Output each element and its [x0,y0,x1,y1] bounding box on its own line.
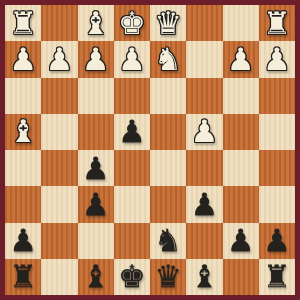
square-c5[interactable] [186,150,222,186]
square-h5[interactable] [5,150,41,186]
square-d2[interactable]: ♞ [150,41,186,77]
square-c2[interactable] [186,41,222,77]
square-h4[interactable]: ♝ [5,114,41,150]
square-g5[interactable] [41,150,77,186]
white-bishop: ♝ [9,116,37,147]
square-f5[interactable]: ♟ [78,150,114,186]
square-f3[interactable] [78,78,114,114]
square-b6[interactable] [223,186,259,222]
white-pawn: ♟ [118,44,146,75]
square-e1[interactable]: ♚ [114,5,150,41]
square-c7[interactable] [186,223,222,259]
square-c3[interactable] [186,78,222,114]
white-pawn: ♟ [190,116,218,147]
square-a6[interactable] [259,186,295,222]
black-pawn: ♟ [263,225,291,256]
square-a4[interactable] [259,114,295,150]
black-pawn: ♟ [82,153,110,184]
square-h3[interactable] [5,78,41,114]
square-e8[interactable]: ♚ [114,259,150,295]
black-pawn: ♟ [190,189,218,220]
square-d3[interactable] [150,78,186,114]
square-a7[interactable]: ♟ [259,223,295,259]
white-rook: ♜ [9,8,37,39]
square-a3[interactable] [259,78,295,114]
square-e6[interactable] [114,186,150,222]
black-pawn: ♟ [227,225,255,256]
chess-board: ♜♝♚♛♜♟♟♟♟♞♟♟♝♟♟♟♟♟♟♞♟♟♜♝♚♛♝♜ [5,5,295,295]
black-pawn: ♟ [82,189,110,220]
square-e5[interactable] [114,150,150,186]
square-h1[interactable]: ♜ [5,5,41,41]
square-e7[interactable] [114,223,150,259]
white-rook: ♜ [263,8,291,39]
square-b5[interactable] [223,150,259,186]
black-pawn: ♟ [118,116,146,147]
square-g8[interactable] [41,259,77,295]
square-c1[interactable] [186,5,222,41]
black-bishop: ♝ [190,261,218,292]
square-a1[interactable]: ♜ [259,5,295,41]
square-b3[interactable] [223,78,259,114]
square-c8[interactable]: ♝ [186,259,222,295]
square-c4[interactable]: ♟ [186,114,222,150]
square-b1[interactable] [223,5,259,41]
square-e2[interactable]: ♟ [114,41,150,77]
black-pawn: ♟ [9,225,37,256]
square-g1[interactable] [41,5,77,41]
white-pawn: ♟ [227,44,255,75]
square-d7[interactable]: ♞ [150,223,186,259]
square-c6[interactable]: ♟ [186,186,222,222]
square-f8[interactable]: ♝ [78,259,114,295]
square-f7[interactable] [78,223,114,259]
white-pawn: ♟ [45,44,73,75]
square-g6[interactable] [41,186,77,222]
chess-board-frame: ♜♝♚♛♜♟♟♟♟♞♟♟♝♟♟♟♟♟♟♞♟♟♜♝♚♛♝♜ [0,0,300,300]
black-rook: ♜ [9,261,37,292]
square-d1[interactable]: ♛ [150,5,186,41]
square-f1[interactable]: ♝ [78,5,114,41]
square-h8[interactable]: ♜ [5,259,41,295]
black-queen: ♛ [154,261,182,292]
square-d8[interactable]: ♛ [150,259,186,295]
square-b4[interactable] [223,114,259,150]
white-knight: ♞ [154,44,182,75]
square-b7[interactable]: ♟ [223,223,259,259]
square-d6[interactable] [150,186,186,222]
square-h6[interactable] [5,186,41,222]
square-h7[interactable]: ♟ [5,223,41,259]
square-b8[interactable] [223,259,259,295]
white-bishop: ♝ [82,8,110,39]
square-a2[interactable]: ♟ [259,41,295,77]
square-g3[interactable] [41,78,77,114]
square-h2[interactable]: ♟ [5,41,41,77]
white-pawn: ♟ [82,44,110,75]
square-g2[interactable]: ♟ [41,41,77,77]
white-pawn: ♟ [9,44,37,75]
black-rook: ♜ [263,261,291,292]
white-queen: ♛ [154,8,182,39]
white-pawn: ♟ [263,44,291,75]
black-bishop: ♝ [82,261,110,292]
black-knight: ♞ [154,225,182,256]
square-g7[interactable] [41,223,77,259]
white-king: ♚ [118,8,146,39]
square-e4[interactable]: ♟ [114,114,150,150]
square-g4[interactable] [41,114,77,150]
square-f4[interactable] [78,114,114,150]
square-a8[interactable]: ♜ [259,259,295,295]
square-b2[interactable]: ♟ [223,41,259,77]
black-king: ♚ [118,261,146,292]
square-f2[interactable]: ♟ [78,41,114,77]
square-d5[interactable] [150,150,186,186]
square-d4[interactable] [150,114,186,150]
square-f6[interactable]: ♟ [78,186,114,222]
square-a5[interactable] [259,150,295,186]
square-e3[interactable] [114,78,150,114]
